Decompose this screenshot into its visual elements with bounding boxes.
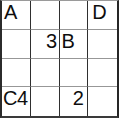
- cell-r1c2[interactable]: [31, 1, 60, 30]
- cell-r1c4[interactable]: D: [88, 1, 117, 30]
- cell-r3c1[interactable]: [2, 59, 31, 88]
- cell-r4c3[interactable]: 2: [60, 87, 89, 116]
- cell-r1c3[interactable]: [60, 1, 89, 30]
- cell-r2c3[interactable]: B: [60, 30, 89, 59]
- cell-r2c4[interactable]: [88, 30, 117, 59]
- cell-r4c2[interactable]: [31, 87, 60, 116]
- cell-r3c3[interactable]: [60, 59, 89, 88]
- cell-r2c2[interactable]: 3: [31, 30, 60, 59]
- cell-r3c2[interactable]: [31, 59, 60, 88]
- puzzle-grid: A D 3 B C4 2: [0, 0, 119, 118]
- puzzle-screenshot: A D 3 B C4 2: [0, 0, 120, 120]
- cell-r2c1[interactable]: [2, 30, 31, 59]
- cell-r3c4[interactable]: [88, 59, 117, 88]
- cell-r1c1[interactable]: A: [2, 1, 31, 30]
- cell-r4c4[interactable]: [88, 87, 117, 116]
- cell-r4c1[interactable]: C4: [2, 87, 31, 116]
